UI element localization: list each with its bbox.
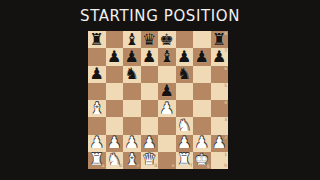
square-g8[interactable]	[193, 31, 211, 48]
rank-label-3: 3	[224, 118, 227, 123]
white-pawn-icon: ♟	[90, 135, 104, 151]
black-bishop-icon: ♝	[125, 31, 139, 47]
square-e3[interactable]	[158, 117, 176, 134]
square-e1[interactable]: e	[158, 152, 176, 169]
white-rook-icon: ♜	[177, 152, 191, 168]
square-f5[interactable]	[176, 83, 194, 100]
file-label-b: b	[119, 164, 122, 169]
square-g6[interactable]	[193, 66, 211, 83]
square-d8[interactable]: ♛	[141, 31, 159, 48]
rank-label-5: 5	[224, 84, 227, 89]
file-label-h: h	[224, 164, 227, 169]
square-a1[interactable]: ♜a	[88, 152, 106, 169]
square-a2[interactable]: ♟	[88, 135, 106, 152]
rank-label-1: 1	[224, 153, 227, 158]
square-h2[interactable]: ♟2	[211, 135, 229, 152]
square-f8[interactable]	[176, 31, 194, 48]
square-b1[interactable]: ♞b	[106, 152, 124, 169]
black-queen-icon: ♛	[142, 31, 156, 47]
square-e5[interactable]: ♟	[158, 83, 176, 100]
square-d3[interactable]	[141, 117, 159, 134]
square-c2[interactable]: ♟	[123, 135, 141, 152]
square-a3[interactable]	[88, 117, 106, 134]
white-bishop-icon: ♝	[90, 100, 104, 116]
black-pawn-icon: ♟	[125, 48, 139, 64]
square-b7[interactable]: ♟	[106, 48, 124, 65]
square-d4[interactable]	[141, 100, 159, 117]
square-c1[interactable]: ♝c	[123, 152, 141, 169]
square-b2[interactable]: ♟	[106, 135, 124, 152]
square-b6[interactable]	[106, 66, 124, 83]
square-c7[interactable]: ♟	[123, 48, 141, 65]
square-g2[interactable]: ♟	[193, 135, 211, 152]
square-g5[interactable]	[193, 83, 211, 100]
white-pawn-icon: ♟	[125, 135, 139, 151]
square-e7[interactable]: ♝	[158, 48, 176, 65]
square-c4[interactable]	[123, 100, 141, 117]
square-a8[interactable]: ♜	[88, 31, 106, 48]
square-g1[interactable]: ♚g	[193, 152, 211, 169]
square-e6[interactable]	[158, 66, 176, 83]
square-f1[interactable]: ♜f	[176, 152, 194, 169]
square-f3[interactable]: ♞	[176, 117, 194, 134]
square-e4[interactable]: ♟	[158, 100, 176, 117]
file-label-d: d	[154, 164, 157, 169]
rank-label-2: 2	[224, 136, 227, 141]
square-f6[interactable]: ♞	[176, 66, 194, 83]
square-c8[interactable]: ♝	[123, 31, 141, 48]
square-a7[interactable]	[88, 48, 106, 65]
square-h6[interactable]: 6	[211, 66, 229, 83]
black-pawn-icon: ♟	[107, 48, 121, 64]
file-label-c: c	[137, 164, 139, 169]
white-pawn-icon: ♟	[195, 135, 209, 151]
square-e2[interactable]	[158, 135, 176, 152]
square-b4[interactable]	[106, 100, 124, 117]
black-pawn-icon: ♟	[142, 48, 156, 64]
square-h3[interactable]: 3	[211, 117, 229, 134]
square-d6[interactable]	[141, 66, 159, 83]
square-c3[interactable]	[123, 117, 141, 134]
square-a6[interactable]: ♟	[88, 66, 106, 83]
black-bishop-icon: ♝	[160, 48, 174, 64]
rank-label-8: 8	[224, 32, 227, 37]
square-d5[interactable]	[141, 83, 159, 100]
file-label-e: e	[172, 164, 175, 169]
black-knight-icon: ♞	[177, 66, 191, 82]
file-label-a: a	[102, 164, 105, 169]
square-a5[interactable]	[88, 83, 106, 100]
square-f4[interactable]	[176, 100, 194, 117]
rank-label-6: 6	[224, 67, 227, 72]
square-f7[interactable]: ♟	[176, 48, 194, 65]
square-d1[interactable]: ♛d	[141, 152, 159, 169]
rank-label-7: 7	[224, 49, 227, 54]
square-b3[interactable]	[106, 117, 124, 134]
square-h4[interactable]: 4	[211, 100, 229, 117]
square-d7[interactable]: ♟	[141, 48, 159, 65]
page-title: STARTING POSITION	[0, 7, 320, 25]
square-g7[interactable]: ♟	[193, 48, 211, 65]
square-h8[interactable]: ♜8	[211, 31, 229, 48]
white-pawn-icon: ♟	[160, 100, 174, 116]
file-label-f: f	[190, 164, 192, 169]
square-a4[interactable]: ♝	[88, 100, 106, 117]
square-f2[interactable]: ♟	[176, 135, 194, 152]
square-h1[interactable]: 1h	[211, 152, 229, 169]
black-knight-icon: ♞	[125, 66, 139, 82]
chess-board: ♜♝♛♚♜8♟♟♟♝♟♟♟7♟♞♞6♟5♝♟4♞3♟♟♟♟♟♟♟2♜a♞b♝c♛…	[88, 31, 228, 169]
black-pawn-icon: ♟	[160, 83, 174, 99]
square-c5[interactable]	[123, 83, 141, 100]
black-pawn-icon: ♟	[195, 48, 209, 64]
white-pawn-icon: ♟	[177, 135, 191, 151]
square-c6[interactable]: ♞	[123, 66, 141, 83]
square-b8[interactable]	[106, 31, 124, 48]
black-pawn-icon: ♟	[90, 66, 104, 82]
rank-label-4: 4	[224, 101, 227, 106]
white-pawn-icon: ♟	[107, 135, 121, 151]
square-g4[interactable]	[193, 100, 211, 117]
black-king-icon: ♚	[160, 31, 174, 47]
white-knight-icon: ♞	[177, 117, 191, 133]
square-h7[interactable]: ♟7	[211, 48, 229, 65]
square-g3[interactable]	[193, 117, 211, 134]
file-label-g: g	[207, 164, 210, 169]
black-pawn-icon: ♟	[177, 48, 191, 64]
white-pawn-icon: ♟	[142, 135, 156, 151]
square-d2[interactable]: ♟	[141, 135, 159, 152]
square-e8[interactable]: ♚	[158, 31, 176, 48]
square-b5[interactable]	[106, 83, 124, 100]
square-h5[interactable]: 5	[211, 83, 229, 100]
black-rook-icon: ♜	[90, 31, 104, 47]
